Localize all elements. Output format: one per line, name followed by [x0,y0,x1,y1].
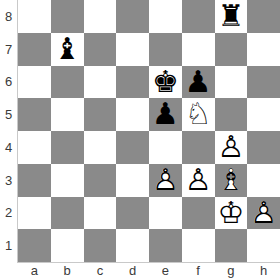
square-e3[interactable]: ♟♙ [149,164,182,197]
square-e6[interactable]: ♚ [149,66,182,99]
square-c4[interactable] [84,131,117,164]
square-b6[interactable] [51,66,84,99]
square-e2[interactable] [149,197,182,230]
rank-labels: 87654321 [0,0,17,262]
piece-black-pawn[interactable]: ♟ [149,98,182,131]
square-h2[interactable]: ♟♙ [247,197,280,230]
square-a5[interactable] [18,98,51,131]
rank-label-7: 7 [0,33,17,66]
piece-white-king[interactable]: ♔ [215,197,248,230]
square-a4[interactable] [18,131,51,164]
square-c6[interactable] [84,66,117,99]
square-a7[interactable] [18,33,51,66]
square-g3[interactable]: ♝♗ [215,164,248,197]
square-d3[interactable] [116,164,149,197]
file-label-f: f [182,263,215,280]
square-f6[interactable]: ♟ [182,66,215,99]
square-c3[interactable] [84,164,117,197]
square-h7[interactable] [247,33,280,66]
file-label-a: a [18,263,51,280]
square-b7[interactable]: ♝ [51,33,84,66]
square-b5[interactable] [51,98,84,131]
piece-white-bishop[interactable]: ♗ [215,164,248,197]
square-b1[interactable] [51,229,84,262]
square-h3[interactable] [247,164,280,197]
piece-black-rook[interactable]: ♜ [215,0,248,33]
square-c1[interactable] [84,229,117,262]
piece-white-pawn[interactable]: ♙ [215,131,248,164]
piece-black-king[interactable]: ♚ [149,66,182,99]
square-c8[interactable] [84,0,117,33]
file-label-h: h [247,263,280,280]
square-d1[interactable] [116,229,149,262]
chess-board: ♜♝♚♟♟♞♘♟♙♟♙♟♙♝♗♚♔♟♙ [17,0,280,263]
square-h4[interactable] [247,131,280,164]
square-h5[interactable] [247,98,280,131]
square-e7[interactable] [149,33,182,66]
square-b2[interactable] [51,197,84,230]
square-e4[interactable] [149,131,182,164]
rank-label-2: 2 [0,197,17,230]
file-labels: abcdefgh [18,263,280,280]
square-g7[interactable] [215,33,248,66]
square-h8[interactable] [247,0,280,33]
piece-white-pawn[interactable]: ♙ [182,164,215,197]
square-f5[interactable]: ♞♘ [182,98,215,131]
square-f1[interactable] [182,229,215,262]
square-g1[interactable] [215,229,248,262]
rank-label-3: 3 [0,164,17,197]
square-d6[interactable] [116,66,149,99]
square-a6[interactable] [18,66,51,99]
square-d5[interactable] [116,98,149,131]
square-d2[interactable] [116,197,149,230]
square-b3[interactable] [51,164,84,197]
rank-label-1: 1 [0,229,17,262]
piece-white-knight[interactable]: ♘ [182,98,215,131]
square-h1[interactable] [247,229,280,262]
square-e1[interactable] [149,229,182,262]
square-c7[interactable] [84,33,117,66]
square-a8[interactable] [18,0,51,33]
square-f8[interactable] [182,0,215,33]
square-d8[interactable] [116,0,149,33]
file-label-d: d [116,263,149,280]
square-g2[interactable]: ♚♔ [215,197,248,230]
square-d7[interactable] [116,33,149,66]
file-label-e: e [149,263,182,280]
square-g6[interactable] [215,66,248,99]
piece-white-pawn[interactable]: ♙ [247,197,280,230]
square-e8[interactable] [149,0,182,33]
rank-label-8: 8 [0,0,17,33]
square-c5[interactable] [84,98,117,131]
square-f4[interactable] [182,131,215,164]
square-g8[interactable]: ♜ [215,0,248,33]
square-h6[interactable] [247,66,280,99]
file-label-c: c [84,263,117,280]
rank-label-6: 6 [0,66,17,99]
square-a2[interactable] [18,197,51,230]
square-d4[interactable] [116,131,149,164]
square-f2[interactable] [182,197,215,230]
rank-label-4: 4 [0,131,17,164]
square-a3[interactable] [18,164,51,197]
piece-white-pawn[interactable]: ♙ [149,164,182,197]
chess-diagram: 87654321 ♜♝♚♟♟♞♘♟♙♟♙♟♙♝♗♚♔♟♙ abcdefgh [0,0,280,280]
square-f3[interactable]: ♟♙ [182,164,215,197]
square-b8[interactable] [51,0,84,33]
square-g4[interactable]: ♟♙ [215,131,248,164]
square-e5[interactable]: ♟ [149,98,182,131]
square-c2[interactable] [84,197,117,230]
square-f7[interactable] [182,33,215,66]
square-g5[interactable] [215,98,248,131]
piece-black-pawn[interactable]: ♟ [182,66,215,99]
square-a1[interactable] [18,229,51,262]
square-b4[interactable] [51,131,84,164]
piece-black-bishop[interactable]: ♝ [51,33,84,66]
file-label-g: g [215,263,248,280]
rank-label-5: 5 [0,98,17,131]
file-label-b: b [51,263,84,280]
